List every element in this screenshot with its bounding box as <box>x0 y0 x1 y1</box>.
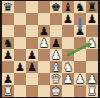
square-f7[interactable]: ♟ <box>62 13 74 25</box>
square-e1[interactable]: ♚ <box>50 85 62 97</box>
square-a8[interactable]: ♛ <box>2 1 14 13</box>
square-b3[interactable]: ♟ <box>14 61 26 73</box>
piece-white-king[interactable]: ♚ <box>50 85 62 97</box>
square-g4[interactable] <box>74 49 86 61</box>
square-g8[interactable]: ♞ <box>74 1 86 13</box>
chess-app-window: ♛♚♝♞♜♟♟♟♟♞♟♟♞♟♟♟♟♟♝♞♟♛♟♟♟♜♚♜ <box>0 0 100 98</box>
square-f5[interactable] <box>62 37 74 49</box>
square-d4[interactable] <box>38 49 50 61</box>
square-c7[interactable] <box>26 13 38 25</box>
square-c1[interactable] <box>26 85 38 97</box>
square-a1[interactable]: ♜ <box>2 85 14 97</box>
chess-board: ♛♚♝♞♜♟♟♟♟♞♟♟♞♟♟♟♟♟♝♞♟♛♟♟♟♜♚♜ <box>2 1 98 97</box>
square-d2[interactable] <box>38 73 50 85</box>
piece-black-knight[interactable]: ♞ <box>74 1 86 13</box>
square-c2[interactable] <box>26 73 38 85</box>
piece-white-pawn[interactable]: ♟ <box>74 73 86 85</box>
square-a7[interactable] <box>2 13 14 25</box>
piece-black-pawn[interactable]: ♟ <box>86 13 98 25</box>
square-f1[interactable] <box>62 85 74 97</box>
square-b8[interactable] <box>14 1 26 13</box>
square-c8[interactable] <box>26 1 38 13</box>
piece-black-pawn[interactable]: ♟ <box>26 61 38 73</box>
square-b7[interactable] <box>14 13 26 25</box>
square-b6[interactable] <box>14 25 26 37</box>
square-d1[interactable] <box>38 85 50 97</box>
square-d3[interactable] <box>38 61 50 73</box>
square-e8[interactable]: ♚ <box>50 1 62 13</box>
piece-white-rook[interactable]: ♜ <box>2 85 14 97</box>
square-h1[interactable]: ♜ <box>86 85 98 97</box>
square-g1[interactable] <box>74 85 86 97</box>
piece-white-pawn[interactable]: ♟ <box>38 37 50 49</box>
square-h4[interactable] <box>86 49 98 61</box>
square-a4[interactable]: ♟ <box>2 49 14 61</box>
square-c3[interactable]: ♟ <box>26 61 38 73</box>
square-h5[interactable]: ♞ <box>86 37 98 49</box>
square-g5[interactable] <box>74 37 86 49</box>
piece-black-king[interactable]: ♚ <box>50 1 62 13</box>
square-b1[interactable] <box>14 85 26 97</box>
square-d5[interactable]: ♟ <box>38 37 50 49</box>
square-d8[interactable] <box>38 1 50 13</box>
square-h7[interactable]: ♟ <box>86 13 98 25</box>
piece-white-pawn[interactable]: ♟ <box>62 73 74 85</box>
piece-black-queen[interactable]: ♛ <box>2 1 14 13</box>
square-g6[interactable]: ♟ <box>74 25 86 37</box>
square-e7[interactable] <box>50 13 62 25</box>
square-b5[interactable] <box>14 37 26 49</box>
square-f2[interactable]: ♟ <box>62 73 74 85</box>
square-f6[interactable] <box>62 25 74 37</box>
piece-white-knight[interactable]: ♞ <box>86 37 98 49</box>
square-g2[interactable]: ♟ <box>74 73 86 85</box>
piece-black-pawn[interactable]: ♟ <box>2 49 14 61</box>
piece-white-rook[interactable]: ♜ <box>86 85 98 97</box>
square-b2[interactable] <box>14 73 26 85</box>
piece-black-pawn[interactable]: ♟ <box>14 61 26 73</box>
piece-black-pawn[interactable]: ♟ <box>74 25 86 37</box>
square-c6[interactable] <box>26 25 38 37</box>
piece-black-pawn[interactable]: ♟ <box>62 13 74 25</box>
